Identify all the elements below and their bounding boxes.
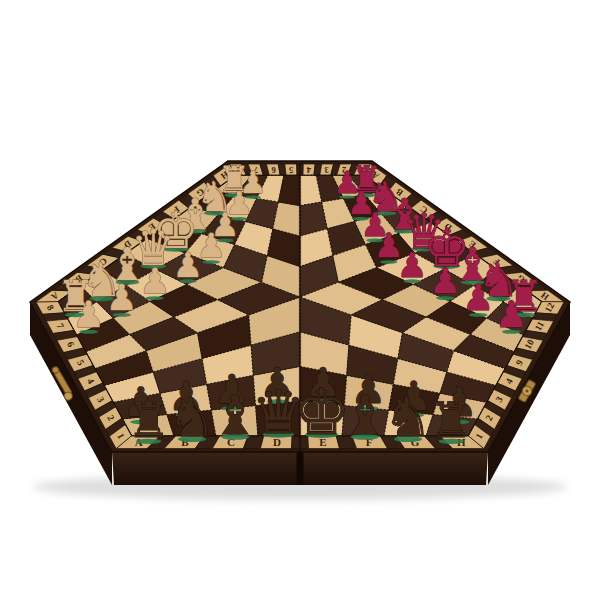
piece-red-pawn[interactable]: ♟: [430, 261, 461, 301]
border-top-label: 3: [324, 165, 328, 175]
piece-white-pawn[interactable]: ♟: [72, 293, 105, 336]
piece-white-pawn[interactable]: ♟: [106, 277, 138, 318]
piece-dark-bishop[interactable]: ♝: [211, 384, 260, 447]
piece-dark-rook[interactable]: ♜: [429, 392, 473, 448]
piece-dark-knight[interactable]: ♞: [384, 386, 433, 449]
piece-white-pawn[interactable]: ♟: [172, 245, 203, 285]
box-front-fold-gap: [297, 452, 304, 485]
product-photo-canvas: ABCDEFGH87654321ABCDEFGH87654321ABCDEFGH…: [0, 0, 600, 600]
border-top-label: 6: [271, 165, 275, 175]
border-top-label: 5: [289, 165, 293, 175]
three-player-chess-board: ABCDEFGH87654321ABCDEFGH87654321ABCDEFGH…: [0, 0, 600, 600]
piece-white-pawn[interactable]: ♟: [139, 261, 170, 301]
piece-red-pawn[interactable]: ♟: [462, 277, 494, 318]
piece-dark-bishop[interactable]: ♝: [340, 384, 389, 447]
piece-red-pawn[interactable]: ♟: [495, 293, 528, 336]
piece-dark-knight[interactable]: ♞: [168, 386, 217, 449]
piece-dark-rook[interactable]: ♜: [127, 392, 171, 448]
piece-red-pawn[interactable]: ♟: [397, 245, 428, 285]
